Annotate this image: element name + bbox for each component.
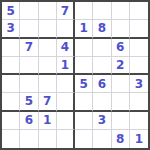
cell-r4c5[interactable] [75, 57, 93, 75]
cell-r3c3[interactable] [39, 39, 57, 57]
cell-r8c7[interactable]: 8 [112, 130, 130, 148]
cell-r5c3[interactable] [39, 75, 57, 93]
cell-r6c6[interactable] [93, 93, 111, 111]
cell-r7c1[interactable] [2, 112, 20, 130]
cell-r1c4[interactable]: 7 [57, 2, 75, 20]
cell-r5c5[interactable]: 5 [75, 75, 93, 93]
cell-r2c8[interactable] [130, 20, 148, 38]
cell-r1c3[interactable] [39, 2, 57, 20]
cell-r1c2[interactable] [20, 2, 38, 20]
cell-r4c8[interactable] [130, 57, 148, 75]
cell-r4c4[interactable]: 1 [57, 57, 75, 75]
cell-r5c6[interactable]: 6 [93, 75, 111, 93]
cell-r7c5[interactable] [75, 112, 93, 130]
cell-r7c3[interactable]: 1 [39, 112, 57, 130]
cell-r5c1[interactable] [2, 75, 20, 93]
cell-r7c7[interactable] [112, 112, 130, 130]
cell-r6c4[interactable] [57, 93, 75, 111]
cell-r2c2[interactable] [20, 20, 38, 38]
cell-r2c5[interactable]: 1 [75, 20, 93, 38]
cell-r4c6[interactable] [93, 57, 111, 75]
cell-r1c5[interactable] [75, 2, 93, 20]
cell-r8c3[interactable] [39, 130, 57, 148]
cell-r1c1[interactable]: 5 [2, 2, 20, 20]
cell-r8c6[interactable] [93, 130, 111, 148]
cell-r5c8[interactable]: 3 [130, 75, 148, 93]
cell-r6c2[interactable]: 5 [20, 93, 38, 111]
cell-r5c2[interactable] [20, 75, 38, 93]
cell-r3c1[interactable] [2, 39, 20, 57]
cell-r1c7[interactable] [112, 2, 130, 20]
cell-r4c3[interactable] [39, 57, 57, 75]
cell-r2c3[interactable] [39, 20, 57, 38]
cell-r6c7[interactable] [112, 93, 130, 111]
cell-r4c2[interactable] [20, 57, 38, 75]
cell-r6c8[interactable] [130, 93, 148, 111]
cell-r3c4[interactable]: 4 [57, 39, 75, 57]
cell-r3c6[interactable] [93, 39, 111, 57]
cell-r8c2[interactable] [20, 130, 38, 148]
cell-r7c4[interactable] [57, 112, 75, 130]
cell-r8c4[interactable] [57, 130, 75, 148]
cell-r6c1[interactable] [2, 93, 20, 111]
cell-r7c6[interactable]: 3 [93, 112, 111, 130]
cell-r2c4[interactable] [57, 20, 75, 38]
cell-r3c7[interactable]: 6 [112, 39, 130, 57]
cell-r5c4[interactable] [57, 75, 75, 93]
cell-r6c5[interactable] [75, 93, 93, 111]
cell-r7c2[interactable]: 6 [20, 112, 38, 130]
cell-r8c1[interactable] [2, 130, 20, 148]
cell-r1c8[interactable] [130, 2, 148, 20]
sudoku-board: 57318746125635761381 [0, 0, 150, 150]
cell-r8c8[interactable]: 1 [130, 130, 148, 148]
cell-r2c1[interactable]: 3 [2, 20, 20, 38]
cell-r3c8[interactable] [130, 39, 148, 57]
cell-r4c1[interactable] [2, 57, 20, 75]
cell-r3c2[interactable]: 7 [20, 39, 38, 57]
cell-r2c7[interactable] [112, 20, 130, 38]
cell-r4c7[interactable]: 2 [112, 57, 130, 75]
cell-r7c8[interactable] [130, 112, 148, 130]
cell-r6c3[interactable]: 7 [39, 93, 57, 111]
cell-r8c5[interactable] [75, 130, 93, 148]
cell-r1c6[interactable] [93, 2, 111, 20]
cell-r3c5[interactable] [75, 39, 93, 57]
cell-r2c6[interactable]: 8 [93, 20, 111, 38]
cell-r5c7[interactable] [112, 75, 130, 93]
